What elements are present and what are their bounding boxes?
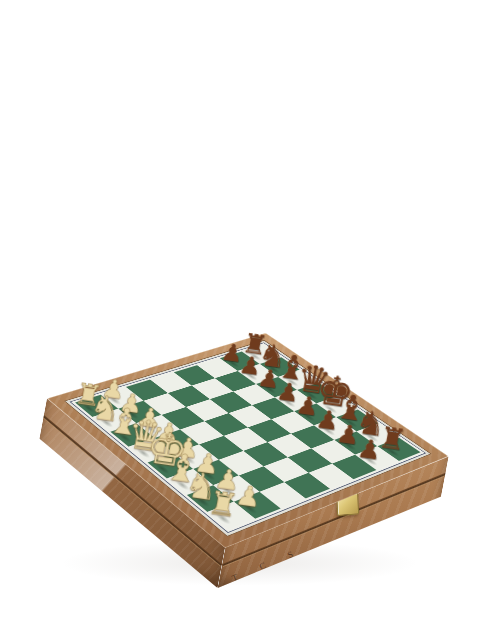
chess-box: T C S ♜♞♝♛♚♝♞♜♟♟♟♟♟♟♟♟♟♟♟♟♟♟♟♟♜♞♝♛♚♝♞♜: [0, 0, 480, 640]
chess-box-lid-top: ♜♞♝♛♚♝♞♜♟♟♟♟♟♟♟♟♟♟♟♟♟♟♟♟♜♞♝♛♚♝♞♜: [47, 333, 448, 548]
square-e4[interactable]: [224, 427, 268, 450]
product-photo: T C S ♜♞♝♛♚♝♞♜♟♟♟♟♟♟♟♟♟♟♟♟♟♟♟♟♜♞♝♛♚♝♞♜: [0, 0, 480, 640]
chess-board: ♜♞♝♛♚♝♞♜♟♟♟♟♟♟♟♟♟♟♟♟♟♟♟♟♜♞♝♛♚♝♞♜: [75, 345, 420, 529]
light-rook-h1[interactable]: ♜: [203, 487, 243, 522]
square-c4[interactable]: [186, 399, 229, 421]
dark-pawn-h7[interactable]: ♟: [352, 435, 388, 464]
board-perspective-wrap: ♜♞♝♛♚♝♞♜♟♟♟♟♟♟♟♟♟♟♟♟♟♟♟♟♜♞♝♛♚♝♞♜: [0, 87, 480, 640]
